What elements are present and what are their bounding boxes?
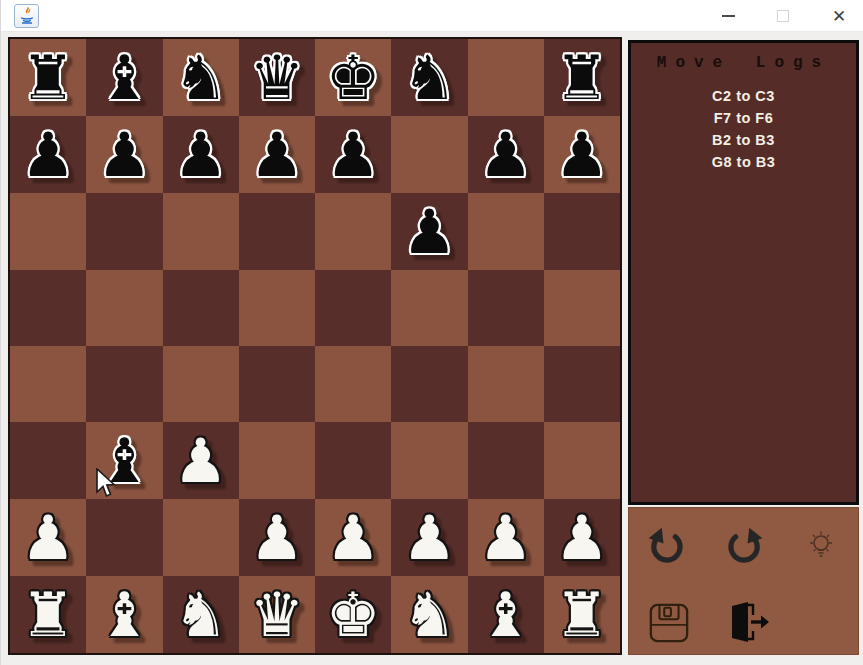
white-pawn: ♟ xyxy=(402,499,457,576)
move-log-entry: B2 to B3 xyxy=(631,129,856,151)
chess-app-window: ✕ ♜♝♞♛♚♞♜♟♟♟♟♟♟♟♟♝♟♟♟♟♟♟♟♜♝♞♛♚♞♝♜ Move L… xyxy=(0,0,863,665)
move-log-entry: G8 to B3 xyxy=(631,151,856,173)
square-d5[interactable] xyxy=(239,270,315,346)
square-d7[interactable]: ♟ xyxy=(239,116,315,193)
square-c1[interactable]: ♞ xyxy=(163,576,239,653)
square-g6[interactable] xyxy=(468,193,544,270)
black-pawn: ♟ xyxy=(97,116,152,193)
square-e5[interactable] xyxy=(315,270,391,346)
square-g1[interactable]: ♝ xyxy=(468,576,544,653)
white-pawn: ♟ xyxy=(21,499,76,576)
black-rook: ♜ xyxy=(555,39,610,116)
square-f4[interactable] xyxy=(391,346,467,422)
white-rook: ♜ xyxy=(555,576,610,653)
white-knight: ♞ xyxy=(173,576,228,653)
black-pawn: ♟ xyxy=(21,116,76,193)
square-b2[interactable] xyxy=(86,499,162,576)
black-pawn: ♟ xyxy=(402,193,457,270)
square-a6[interactable] xyxy=(10,193,86,270)
square-f3[interactable] xyxy=(391,422,467,499)
java-app-icon xyxy=(14,4,39,28)
square-c2[interactable] xyxy=(163,499,239,576)
square-a1[interactable]: ♜ xyxy=(10,576,86,653)
close-button[interactable]: ✕ xyxy=(818,0,860,32)
white-king: ♚ xyxy=(326,576,381,653)
white-rook: ♜ xyxy=(21,576,76,653)
move-logs-title: Move Logs xyxy=(631,54,856,72)
square-b5[interactable] xyxy=(86,270,162,346)
square-h6[interactable] xyxy=(544,193,620,270)
undo-arrow-icon xyxy=(646,525,688,567)
square-h4[interactable] xyxy=(544,346,620,422)
black-queen: ♛ xyxy=(250,39,305,116)
square-a5[interactable] xyxy=(10,270,86,346)
square-c6[interactable] xyxy=(163,193,239,270)
square-e3[interactable] xyxy=(315,422,391,499)
square-e8[interactable]: ♚ xyxy=(315,39,391,116)
move-logs-panel: Move Logs C2 to C3F7 to F6B2 to B3G8 to … xyxy=(628,40,859,505)
move-log-entry: F7 to F6 xyxy=(631,107,856,129)
redo-arrow-icon xyxy=(723,525,765,567)
square-d4[interactable] xyxy=(239,346,315,422)
save-button[interactable] xyxy=(648,602,690,644)
square-d1[interactable]: ♛ xyxy=(239,576,315,653)
hint-button[interactable] xyxy=(805,530,837,562)
square-c8[interactable]: ♞ xyxy=(163,39,239,116)
square-d3[interactable] xyxy=(239,422,315,499)
black-pawn: ♟ xyxy=(326,116,381,193)
square-c5[interactable] xyxy=(163,270,239,346)
undo-button[interactable] xyxy=(646,525,688,567)
white-pawn: ♟ xyxy=(173,422,228,499)
square-f5[interactable] xyxy=(391,270,467,346)
black-pawn: ♟ xyxy=(555,116,610,193)
square-e7[interactable]: ♟ xyxy=(315,116,391,193)
maximize-icon xyxy=(777,10,789,22)
move-logs-list: C2 to C3F7 to F6B2 to B3G8 to B3 xyxy=(631,85,856,173)
square-g7[interactable]: ♟ xyxy=(468,116,544,193)
white-pawn: ♟ xyxy=(555,499,610,576)
square-f8[interactable]: ♞ xyxy=(391,39,467,116)
black-pawn: ♟ xyxy=(250,116,305,193)
floppy-disk-icon xyxy=(648,602,690,644)
chess-board: ♜♝♞♛♚♞♜♟♟♟♟♟♟♟♟♝♟♟♟♟♟♟♟♜♝♞♛♚♞♝♜ xyxy=(8,37,622,655)
square-b6[interactable] xyxy=(86,193,162,270)
black-pawn: ♟ xyxy=(478,116,533,193)
minimize-button[interactable] xyxy=(707,0,749,32)
square-c7[interactable]: ♟ xyxy=(163,116,239,193)
move-log-entry: C2 to C3 xyxy=(631,85,856,107)
square-h2[interactable]: ♟ xyxy=(544,499,620,576)
square-d2[interactable]: ♟ xyxy=(239,499,315,576)
square-h3[interactable] xyxy=(544,422,620,499)
white-pawn: ♟ xyxy=(326,499,381,576)
java-coffee-cup-icon xyxy=(17,6,37,26)
square-d6[interactable] xyxy=(239,193,315,270)
white-pawn: ♟ xyxy=(478,499,533,576)
square-h7[interactable]: ♟ xyxy=(544,116,620,193)
square-d8[interactable]: ♛ xyxy=(239,39,315,116)
square-g8[interactable] xyxy=(468,39,544,116)
square-f2[interactable]: ♟ xyxy=(391,499,467,576)
square-a3[interactable] xyxy=(10,422,86,499)
square-b4[interactable] xyxy=(86,346,162,422)
lightbulb-icon xyxy=(805,530,837,562)
black-knight: ♞ xyxy=(402,39,457,116)
square-g2[interactable]: ♟ xyxy=(468,499,544,576)
square-c4[interactable] xyxy=(163,346,239,422)
white-queen: ♛ xyxy=(250,576,305,653)
square-a8[interactable]: ♜ xyxy=(10,39,86,116)
square-h8[interactable]: ♜ xyxy=(544,39,620,116)
white-bishop: ♝ xyxy=(97,576,152,653)
white-pawn: ♟ xyxy=(250,499,305,576)
square-a7[interactable]: ♟ xyxy=(10,116,86,193)
square-a2[interactable]: ♟ xyxy=(10,499,86,576)
square-h1[interactable]: ♜ xyxy=(544,576,620,653)
square-b8[interactable]: ♝ xyxy=(86,39,162,116)
black-bishop: ♝ xyxy=(97,422,152,499)
square-e4[interactable] xyxy=(315,346,391,422)
redo-button[interactable] xyxy=(723,525,765,567)
square-e1[interactable]: ♚ xyxy=(315,576,391,653)
square-h5[interactable] xyxy=(544,270,620,346)
white-knight: ♞ xyxy=(402,576,457,653)
white-bishop: ♝ xyxy=(478,576,533,653)
black-bishop: ♝ xyxy=(97,39,152,116)
black-pawn: ♟ xyxy=(173,116,228,193)
square-b7[interactable]: ♟ xyxy=(86,116,162,193)
maximize-button[interactable] xyxy=(762,0,804,32)
control-buttons-panel xyxy=(628,507,859,655)
square-f1[interactable]: ♞ xyxy=(391,576,467,653)
square-b1[interactable]: ♝ xyxy=(86,576,162,653)
square-f6[interactable]: ♟ xyxy=(391,193,467,270)
title-bar: ✕ xyxy=(1,0,863,32)
door-exit-icon xyxy=(723,599,769,645)
square-a4[interactable] xyxy=(10,346,86,422)
minimize-icon xyxy=(722,15,735,17)
square-g4[interactable] xyxy=(468,346,544,422)
close-icon: ✕ xyxy=(832,8,846,25)
exit-button[interactable] xyxy=(723,599,769,645)
black-rook: ♜ xyxy=(21,39,76,116)
square-e6[interactable] xyxy=(315,193,391,270)
black-knight: ♞ xyxy=(173,39,228,116)
square-c3[interactable]: ♟ xyxy=(163,422,239,499)
square-e2[interactable]: ♟ xyxy=(315,499,391,576)
black-king: ♚ xyxy=(326,39,381,116)
square-b3[interactable]: ♝ xyxy=(86,422,162,499)
square-g5[interactable] xyxy=(468,270,544,346)
square-g3[interactable] xyxy=(468,422,544,499)
square-f7[interactable] xyxy=(391,116,467,193)
